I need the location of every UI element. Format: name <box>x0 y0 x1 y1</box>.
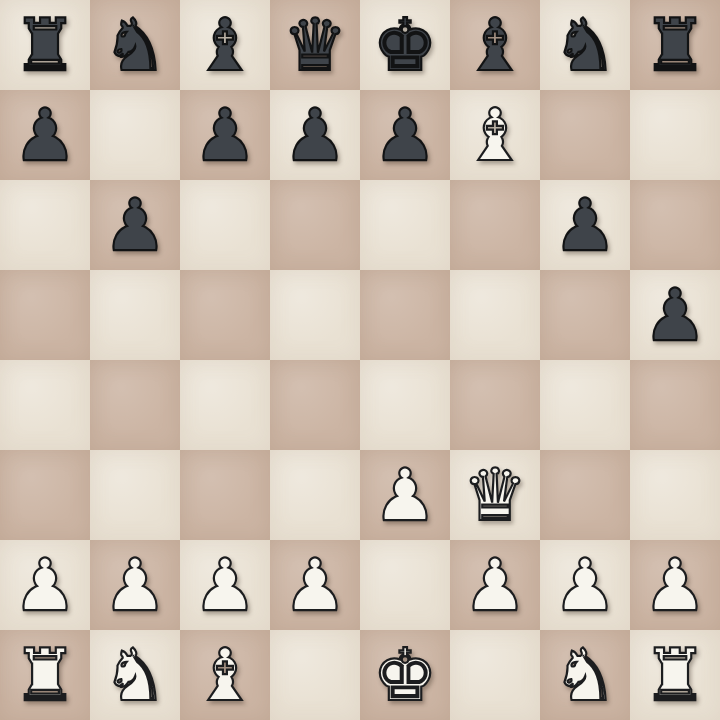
square-g3[interactable] <box>540 450 630 540</box>
white-pawn-b2[interactable]: ♟ <box>103 540 168 630</box>
chess-board: ♜♞♝♛♚♝♞♜♟♟♟♟♝♟♟♟♟♛♟♟♟♟♟♟♟♜♞♝♚♞♜ <box>0 0 720 720</box>
square-d7[interactable]: ♟ <box>270 90 360 180</box>
square-e3[interactable]: ♟ <box>360 450 450 540</box>
square-c2[interactable]: ♟ <box>180 540 270 630</box>
square-b8[interactable]: ♞ <box>90 0 180 90</box>
square-c6[interactable] <box>180 180 270 270</box>
square-c7[interactable]: ♟ <box>180 90 270 180</box>
square-f8[interactable]: ♝ <box>450 0 540 90</box>
white-bishop-f7[interactable]: ♝ <box>463 90 528 180</box>
black-pawn-c7[interactable]: ♟ <box>193 90 258 180</box>
black-pawn-d7[interactable]: ♟ <box>283 90 348 180</box>
square-b7[interactable] <box>90 90 180 180</box>
square-e1[interactable]: ♚ <box>360 630 450 720</box>
square-a1[interactable]: ♜ <box>0 630 90 720</box>
square-a8[interactable]: ♜ <box>0 0 90 90</box>
square-b2[interactable]: ♟ <box>90 540 180 630</box>
black-rook-a8[interactable]: ♜ <box>13 0 78 90</box>
square-a5[interactable] <box>0 270 90 360</box>
square-b6[interactable]: ♟ <box>90 180 180 270</box>
white-rook-h1[interactable]: ♜ <box>643 630 708 720</box>
square-d2[interactable]: ♟ <box>270 540 360 630</box>
white-bishop-c1[interactable]: ♝ <box>193 630 258 720</box>
square-f3[interactable]: ♛ <box>450 450 540 540</box>
square-d1[interactable] <box>270 630 360 720</box>
square-g5[interactable] <box>540 270 630 360</box>
square-g4[interactable] <box>540 360 630 450</box>
white-pawn-h2[interactable]: ♟ <box>643 540 708 630</box>
square-a6[interactable] <box>0 180 90 270</box>
square-b3[interactable] <box>90 450 180 540</box>
square-b5[interactable] <box>90 270 180 360</box>
black-pawn-b6[interactable]: ♟ <box>103 180 168 270</box>
black-queen-d8[interactable]: ♛ <box>283 0 348 90</box>
square-d4[interactable] <box>270 360 360 450</box>
black-bishop-f8[interactable]: ♝ <box>463 0 528 90</box>
square-c4[interactable] <box>180 360 270 450</box>
square-e6[interactable] <box>360 180 450 270</box>
square-g8[interactable]: ♞ <box>540 0 630 90</box>
white-pawn-d2[interactable]: ♟ <box>283 540 348 630</box>
square-a3[interactable] <box>0 450 90 540</box>
square-h5[interactable]: ♟ <box>630 270 720 360</box>
black-rook-h8[interactable]: ♜ <box>643 0 708 90</box>
square-f7[interactable]: ♝ <box>450 90 540 180</box>
white-pawn-a2[interactable]: ♟ <box>13 540 78 630</box>
square-f1[interactable] <box>450 630 540 720</box>
square-h1[interactable]: ♜ <box>630 630 720 720</box>
black-bishop-c8[interactable]: ♝ <box>193 0 258 90</box>
board-wrap: ♜♞♝♛♚♝♞♜♟♟♟♟♝♟♟♟♟♛♟♟♟♟♟♟♟♜♞♝♚♞♜ <box>0 0 720 720</box>
black-king-e8[interactable]: ♚ <box>373 0 438 90</box>
square-e8[interactable]: ♚ <box>360 0 450 90</box>
white-pawn-c2[interactable]: ♟ <box>193 540 258 630</box>
square-f6[interactable] <box>450 180 540 270</box>
square-c3[interactable] <box>180 450 270 540</box>
square-a2[interactable]: ♟ <box>0 540 90 630</box>
black-pawn-e7[interactable]: ♟ <box>373 90 438 180</box>
black-knight-b8[interactable]: ♞ <box>103 0 168 90</box>
square-e5[interactable] <box>360 270 450 360</box>
white-rook-a1[interactable]: ♜ <box>13 630 78 720</box>
square-d5[interactable] <box>270 270 360 360</box>
white-pawn-f2[interactable]: ♟ <box>463 540 528 630</box>
square-h4[interactable] <box>630 360 720 450</box>
square-f5[interactable] <box>450 270 540 360</box>
square-e4[interactable] <box>360 360 450 450</box>
square-h3[interactable] <box>630 450 720 540</box>
square-b4[interactable] <box>90 360 180 450</box>
square-g2[interactable]: ♟ <box>540 540 630 630</box>
white-pawn-g2[interactable]: ♟ <box>553 540 618 630</box>
black-pawn-g6[interactable]: ♟ <box>553 180 618 270</box>
square-h7[interactable] <box>630 90 720 180</box>
white-king-e1[interactable]: ♚ <box>373 630 438 720</box>
white-pawn-e3[interactable]: ♟ <box>373 450 438 540</box>
white-knight-g1[interactable]: ♞ <box>553 630 618 720</box>
square-c8[interactable]: ♝ <box>180 0 270 90</box>
white-queen-f3[interactable]: ♛ <box>463 450 528 540</box>
black-pawn-h5[interactable]: ♟ <box>643 270 708 360</box>
square-a4[interactable] <box>0 360 90 450</box>
square-d8[interactable]: ♛ <box>270 0 360 90</box>
square-d3[interactable] <box>270 450 360 540</box>
square-g6[interactable]: ♟ <box>540 180 630 270</box>
square-h6[interactable] <box>630 180 720 270</box>
square-c5[interactable] <box>180 270 270 360</box>
square-d6[interactable] <box>270 180 360 270</box>
square-b1[interactable]: ♞ <box>90 630 180 720</box>
square-f2[interactable]: ♟ <box>450 540 540 630</box>
square-e7[interactable]: ♟ <box>360 90 450 180</box>
black-knight-g8[interactable]: ♞ <box>553 0 618 90</box>
square-e2[interactable] <box>360 540 450 630</box>
square-g1[interactable]: ♞ <box>540 630 630 720</box>
square-h2[interactable]: ♟ <box>630 540 720 630</box>
square-c1[interactable]: ♝ <box>180 630 270 720</box>
white-knight-b1[interactable]: ♞ <box>103 630 168 720</box>
square-a7[interactable]: ♟ <box>0 90 90 180</box>
square-g7[interactable] <box>540 90 630 180</box>
square-h8[interactable]: ♜ <box>630 0 720 90</box>
black-pawn-a7[interactable]: ♟ <box>13 90 78 180</box>
square-f4[interactable] <box>450 360 540 450</box>
